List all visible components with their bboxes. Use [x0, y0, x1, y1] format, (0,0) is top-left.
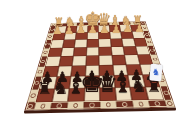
border-ring-ornament	[150, 49, 155, 52]
square-e4[interactable]	[86, 47, 99, 56]
border-cell	[33, 102, 51, 110]
border-ring-ornament	[106, 103, 111, 107]
square-g7[interactable]	[54, 76, 71, 88]
border-ring-ornament	[163, 91, 169, 95]
square-d6[interactable]	[99, 65, 113, 76]
border-corner	[164, 99, 175, 107]
square-d7[interactable]	[99, 75, 114, 87]
border-ring-ornament	[41, 60, 46, 63]
border-ring-ornament	[34, 81, 39, 85]
border-ring-ornament	[46, 43, 50, 45]
square-g8[interactable]	[52, 88, 70, 102]
border-ring-ornament	[27, 104, 33, 109]
border-ring-ornament	[143, 27, 147, 29]
square-e8[interactable]	[84, 88, 100, 102]
border-ring-ornament	[147, 41, 151, 43]
border-ring-ornament	[145, 33, 149, 35]
border-cell	[116, 100, 133, 108]
square-d4[interactable]	[99, 47, 112, 56]
square-g6[interactable]	[57, 66, 73, 77]
border-ring-ornament	[154, 102, 160, 106]
border-cell	[50, 102, 68, 110]
border-ring-ornament	[167, 101, 173, 105]
border-cell	[147, 46, 157, 55]
square-e5[interactable]	[86, 56, 99, 66]
border-ring-ornament	[50, 29, 54, 31]
border-cell	[67, 101, 84, 109]
border-ring-ornament	[56, 104, 62, 109]
border-ring-ornament	[40, 104, 46, 109]
border-ring-ornament	[73, 103, 78, 108]
chess-set-photo: ♜♞♝♚♛♝♞♜♟♟♟♟♟♟♟♟♟♟♟♟♟♟♟♟♜♞♝♚♛♝♞♜ ♞	[0, 0, 193, 131]
maker-sticker-knight-icon: ♞	[152, 68, 161, 78]
border-cell	[145, 38, 154, 46]
border-ring-ornament	[48, 35, 52, 37]
border-ring-ornament	[30, 93, 36, 97]
border-cell	[83, 101, 100, 109]
square-d8[interactable]	[100, 87, 116, 101]
border-ring-ornament	[43, 51, 47, 54]
board-perspective-wrapper	[16, 0, 184, 109]
border-cell	[150, 54, 160, 64]
border-cell	[100, 101, 117, 109]
square-f5[interactable]	[72, 56, 86, 66]
border-ring-ornament	[138, 102, 144, 106]
square-f6[interactable]	[71, 65, 86, 76]
square-e6[interactable]	[85, 65, 99, 76]
square-g5[interactable]	[59, 56, 74, 66]
square-f4[interactable]	[73, 47, 86, 56]
square-f8[interactable]	[68, 88, 85, 102]
square-d5[interactable]	[99, 55, 113, 65]
square-f7[interactable]	[69, 76, 85, 88]
square-g4[interactable]	[60, 47, 74, 56]
border-ring-ornament	[153, 58, 158, 61]
maker-sticker: ♞	[149, 64, 162, 82]
border-ring-ornament	[89, 103, 94, 108]
square-e7[interactable]	[84, 76, 99, 88]
border-ring-ornament	[122, 102, 127, 106]
border-cell	[132, 100, 150, 108]
border-ring-ornament	[37, 70, 42, 73]
